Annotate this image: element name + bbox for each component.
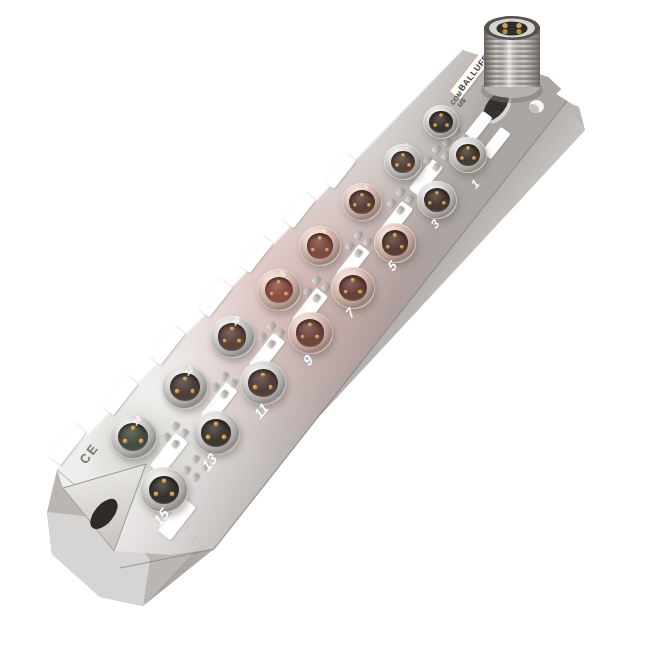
device-photo-scene: BALLUFF COM US CE 1357911131524681012140… (0, 0, 645, 645)
m12-pin (502, 29, 507, 34)
m12-pin (502, 23, 507, 28)
m12-connector (0, 0, 645, 645)
m12-pin (516, 29, 521, 34)
m12-top-insert (497, 22, 528, 36)
m12-pin (516, 23, 521, 28)
